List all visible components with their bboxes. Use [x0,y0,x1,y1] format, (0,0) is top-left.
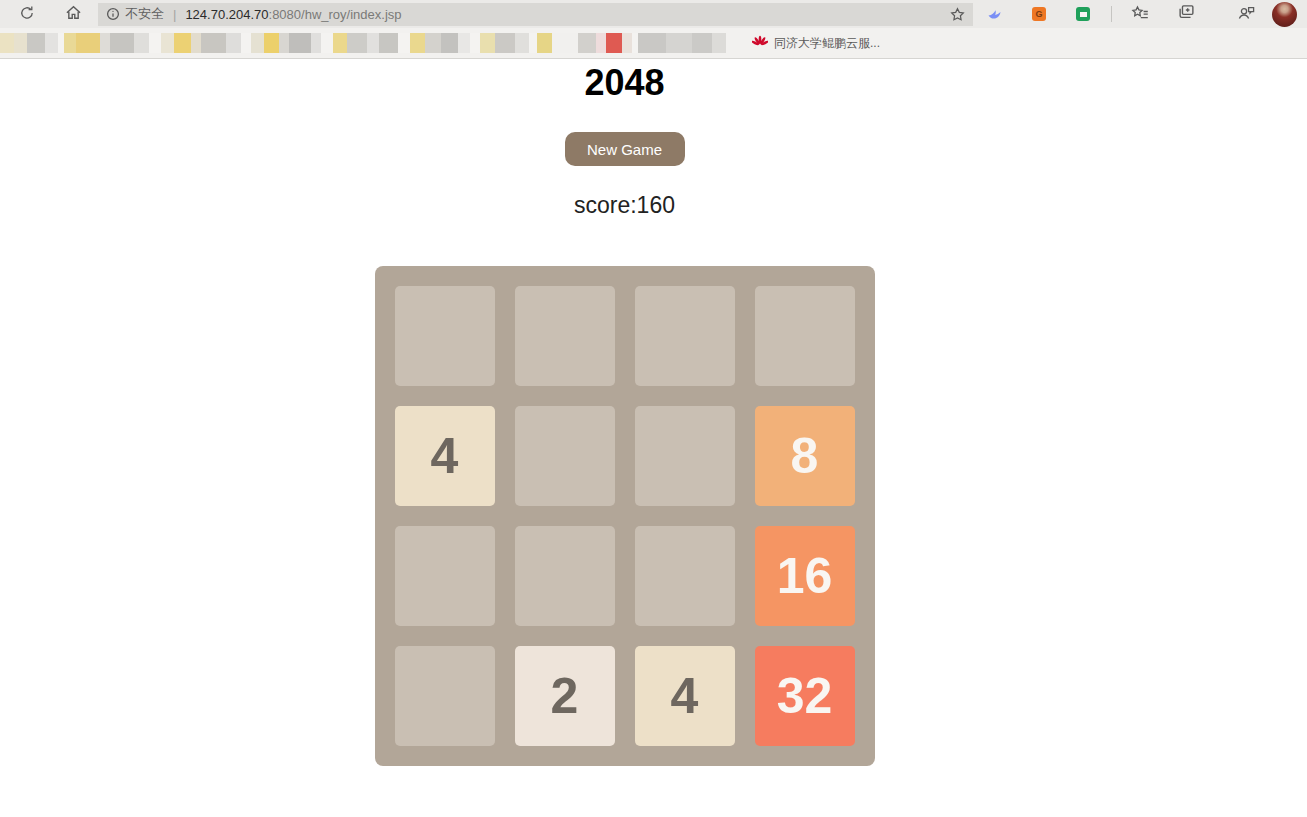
bookmark-redacted-block [149,33,161,53]
toolbar-divider [1111,6,1112,22]
empty-cell [395,286,495,386]
favorites-hub-button[interactable] [1126,2,1154,26]
bookmarks-redacted[interactable] [0,33,726,53]
bookmark-redacted-block [529,33,537,53]
bookmark-redacted-block [333,33,347,53]
feedback-button[interactable] [1232,2,1260,26]
bookmark-redacted-block [398,33,410,53]
green-extension-icon[interactable] [1075,6,1091,22]
bookmark-redacted-block [470,33,480,53]
bookmark-redacted-block [279,33,289,53]
bookmark-redacted-block [289,33,311,53]
add-favorite-star-icon[interactable] [950,7,965,22]
bookmark-redacted-block [578,33,596,53]
bookmark-redacted-block [45,33,58,53]
empty-cell [515,526,615,626]
tile-4: 4 [635,646,735,746]
bookmark-redacted-block [666,33,692,53]
bookmark-redacted-block [76,33,100,53]
bookmark-redacted-block [692,33,712,53]
person-chat-icon [1237,5,1255,24]
new-game-button[interactable]: New Game [565,132,685,166]
bookmark-redacted-block [596,33,606,53]
bookmark-redacted-block [64,33,76,53]
empty-cell [515,286,615,386]
bookmark-label: 同济大学鲲鹏云服... [774,35,880,52]
favorites-star-list-icon [1131,5,1149,24]
bookmark-redacted-block [14,33,27,53]
bookmark-redacted-block [379,33,398,53]
orange-extension-icon[interactable]: G [1031,6,1047,22]
bookmark-redacted-block [191,33,201,53]
bookmark-redacted-block [264,33,279,53]
bird-extension-icon[interactable] [987,6,1003,22]
huawei-logo-icon [752,35,768,52]
bookmark-redacted-block [367,33,379,53]
refresh-button[interactable] [12,2,42,26]
url-separator: | [173,7,176,22]
collections-button[interactable] [1172,2,1200,26]
bookmark-redacted-block [241,33,251,53]
security-label: 不安全 [125,5,164,23]
game-content: 2048 New Game score:160 48162432 [0,59,1249,766]
bookmark-huawei[interactable]: 同济大学鲲鹏云服... [752,35,880,52]
bookmark-redacted-block [606,33,622,53]
tile-32: 32 [755,646,855,746]
home-icon [65,4,82,24]
url-path: :8080/hw_roy/index.jsp [269,7,402,22]
tile-16: 16 [755,526,855,626]
bookmark-redacted-block [458,33,470,53]
bookmark-redacted-block [410,33,425,53]
bookmark-redacted-block [515,33,529,53]
refresh-icon [19,5,35,24]
bookmark-redacted-block [27,33,45,53]
empty-cell [635,526,735,626]
bookmark-redacted-block [110,33,134,53]
bookmark-redacted-block [712,33,726,53]
empty-cell [515,406,615,506]
bookmark-redacted-block [134,33,149,53]
bookmark-redacted-block [201,33,226,53]
empty-cell [635,286,735,386]
bookmark-redacted-block [311,33,321,53]
bookmark-redacted-block [100,33,110,53]
bookmark-redacted-block [552,33,578,53]
web-page: 2048 New Game score:160 48162432 [0,59,1307,816]
game-board[interactable]: 48162432 [375,266,875,766]
extension-icons: G [987,6,1091,22]
bookmark-redacted-block [622,33,632,53]
address-bar[interactable]: 不安全 | 124.70.204.70 :8080/hw_roy/index.j… [98,3,973,26]
url-host: 124.70.204.70 [185,7,268,22]
collections-icon [1178,4,1195,24]
bookmark-redacted-block [441,33,458,53]
empty-cell [755,286,855,386]
bookmark-redacted-block [321,33,333,53]
bookmark-redacted-block [174,33,191,53]
bookmark-redacted-block [347,33,367,53]
bookmark-redacted-block [161,33,174,53]
score-text: score:160 [0,192,1249,218]
bookmark-redacted-block [425,33,441,53]
home-button[interactable] [58,2,88,26]
tile-2: 2 [515,646,615,746]
info-icon[interactable] [106,7,120,21]
profile-avatar[interactable] [1272,2,1297,27]
bookmark-redacted-block [638,33,666,53]
tile-8: 8 [755,406,855,506]
empty-cell [395,646,495,746]
bookmark-redacted-block [0,33,14,53]
bookmark-redacted-block [480,33,495,53]
bookmarks-bar: 同济大学鲲鹏云服... [0,28,1307,59]
bookmark-redacted-block [251,33,264,53]
empty-cell [395,526,495,626]
bookmark-redacted-block [226,33,241,53]
page-title: 2048 [0,59,1249,103]
browser-toolbar: 不安全 | 124.70.204.70 :8080/hw_roy/index.j… [0,0,1307,28]
empty-cell [635,406,735,506]
bookmark-redacted-block [537,33,552,53]
bookmark-redacted-block [495,33,515,53]
tile-4: 4 [395,406,495,506]
